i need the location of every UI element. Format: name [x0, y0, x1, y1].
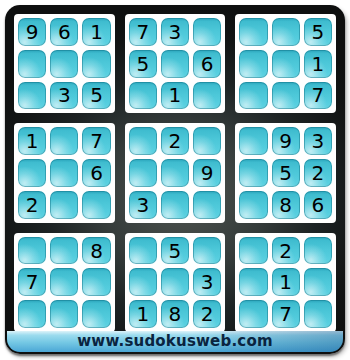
- sudoku-cell[interactable]: [193, 191, 221, 219]
- sudoku-cell[interactable]: [161, 268, 189, 296]
- sudoku-cell[interactable]: 3: [129, 191, 157, 219]
- board-frame: 961357356151717622939352868753182217 www…: [5, 5, 345, 354]
- sudoku-cell[interactable]: [304, 300, 332, 328]
- sudoku-cell[interactable]: [18, 50, 46, 78]
- site-link[interactable]: www.sudokusweb.com: [77, 332, 272, 350]
- sudoku-cell[interactable]: 7: [129, 18, 157, 46]
- sudoku-cell[interactable]: 1: [272, 268, 300, 296]
- sudoku-cell[interactable]: 8: [82, 237, 110, 265]
- sudoku-box: 87: [14, 233, 115, 332]
- sudoku-cell[interactable]: [239, 127, 267, 155]
- sudoku-cell[interactable]: [272, 18, 300, 46]
- sudoku-cell[interactable]: [161, 50, 189, 78]
- sudoku-cell[interactable]: [193, 237, 221, 265]
- sudoku-box: 217: [235, 233, 336, 332]
- sudoku-cell[interactable]: [18, 159, 46, 187]
- sudoku-cell[interactable]: 2: [304, 159, 332, 187]
- sudoku-cell[interactable]: 7: [304, 82, 332, 110]
- sudoku-box: 935286: [235, 123, 336, 222]
- sudoku-cell[interactable]: 3: [193, 268, 221, 296]
- sudoku-cell[interactable]: 2: [272, 237, 300, 265]
- sudoku-cell[interactable]: 7: [272, 300, 300, 328]
- sudoku-cell[interactable]: 2: [18, 191, 46, 219]
- sudoku-cell[interactable]: [239, 191, 267, 219]
- sudoku-cell[interactable]: [239, 300, 267, 328]
- sudoku-cell[interactable]: [18, 300, 46, 328]
- sudoku-cell[interactable]: 1: [18, 127, 46, 155]
- sudoku-box: 96135: [14, 14, 115, 113]
- sudoku-cell[interactable]: [50, 268, 78, 296]
- sudoku-box: 293: [125, 123, 226, 222]
- sudoku-cell[interactable]: 7: [18, 268, 46, 296]
- sudoku-cell[interactable]: [239, 82, 267, 110]
- sudoku-cell[interactable]: 9: [272, 127, 300, 155]
- footer-bar: www.sudokusweb.com: [7, 331, 343, 352]
- sudoku-cell[interactable]: [129, 237, 157, 265]
- sudoku-cell[interactable]: 3: [50, 82, 78, 110]
- sudoku-box: 73561: [125, 14, 226, 113]
- sudoku-cell[interactable]: 5: [129, 50, 157, 78]
- sudoku-cell[interactable]: 5: [82, 82, 110, 110]
- sudoku-cell[interactable]: 8: [161, 300, 189, 328]
- sudoku-cell[interactable]: [82, 268, 110, 296]
- sudoku-cell[interactable]: 2: [161, 127, 189, 155]
- sudoku-cell[interactable]: [82, 300, 110, 328]
- sudoku-cell[interactable]: 6: [304, 191, 332, 219]
- sudoku-cell[interactable]: 3: [161, 18, 189, 46]
- sudoku-cell[interactable]: [272, 50, 300, 78]
- sudoku-cell[interactable]: [129, 127, 157, 155]
- sudoku-cell[interactable]: [161, 191, 189, 219]
- sudoku-cell[interactable]: 1: [304, 50, 332, 78]
- sudoku-cell[interactable]: 5: [272, 159, 300, 187]
- sudoku-cell[interactable]: [161, 159, 189, 187]
- sudoku-cell[interactable]: 5: [161, 237, 189, 265]
- sudoku-cell[interactable]: [18, 82, 46, 110]
- sudoku-cell[interactable]: [129, 268, 157, 296]
- sudoku-cell[interactable]: 1: [161, 82, 189, 110]
- sudoku-cell[interactable]: 9: [18, 18, 46, 46]
- sudoku-cell[interactable]: [50, 50, 78, 78]
- sudoku-cell[interactable]: [18, 237, 46, 265]
- sudoku-cell[interactable]: [129, 159, 157, 187]
- sudoku-cell[interactable]: [239, 18, 267, 46]
- sudoku-cell[interactable]: [304, 268, 332, 296]
- sudoku-cell[interactable]: [50, 127, 78, 155]
- sudoku-cell[interactable]: 1: [129, 300, 157, 328]
- sudoku-cell[interactable]: [272, 82, 300, 110]
- sudoku-box: 1762: [14, 123, 115, 222]
- sudoku-cell[interactable]: 1: [82, 18, 110, 46]
- sudoku-cell[interactable]: [50, 191, 78, 219]
- sudoku-cell[interactable]: [50, 300, 78, 328]
- sudoku-cell[interactable]: 6: [82, 159, 110, 187]
- sudoku-cell[interactable]: [193, 127, 221, 155]
- sudoku-cell[interactable]: 6: [50, 18, 78, 46]
- sudoku-cell[interactable]: 5: [304, 18, 332, 46]
- sudoku-board: 961357356151717622939352868753182217: [14, 14, 336, 332]
- sudoku-box: 53182: [125, 233, 226, 332]
- sudoku-cell[interactable]: [239, 159, 267, 187]
- sudoku-cell[interactable]: [82, 50, 110, 78]
- sudoku-cell[interactable]: 8: [272, 191, 300, 219]
- sudoku-cell[interactable]: [129, 82, 157, 110]
- sudoku-cell[interactable]: 7: [82, 127, 110, 155]
- sudoku-cell[interactable]: [239, 268, 267, 296]
- sudoku-cell[interactable]: [193, 82, 221, 110]
- sudoku-cell[interactable]: [304, 237, 332, 265]
- sudoku-cell[interactable]: [50, 237, 78, 265]
- sudoku-box: 517: [235, 14, 336, 113]
- sudoku-cell[interactable]: 9: [193, 159, 221, 187]
- sudoku-widget: 961357356151717622939352868753182217 www…: [0, 0, 350, 360]
- sudoku-cell[interactable]: 2: [193, 300, 221, 328]
- sudoku-cell[interactable]: [82, 191, 110, 219]
- sudoku-cell[interactable]: [239, 50, 267, 78]
- sudoku-cell[interactable]: 6: [193, 50, 221, 78]
- sudoku-cell[interactable]: 3: [304, 127, 332, 155]
- sudoku-cell[interactable]: [239, 237, 267, 265]
- sudoku-cell[interactable]: [50, 159, 78, 187]
- sudoku-cell[interactable]: [193, 18, 221, 46]
